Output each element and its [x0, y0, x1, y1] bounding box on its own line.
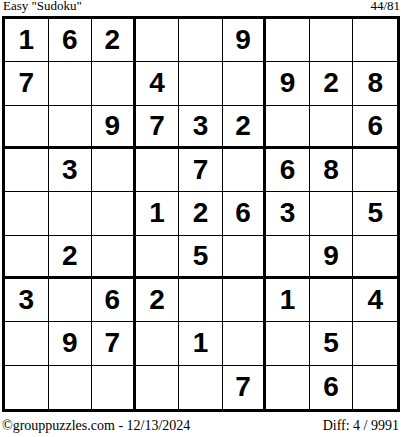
cell-r9c8[interactable]: 6 [310, 366, 354, 409]
cell-r5c3[interactable] [92, 192, 136, 235]
cell-r9c9[interactable] [353, 366, 397, 409]
cell-r6c8[interactable]: 9 [310, 236, 354, 279]
cell-r4c2[interactable]: 3 [49, 149, 93, 192]
cell-r9c6[interactable]: 7 [223, 366, 267, 409]
cell-r1c4[interactable] [136, 19, 180, 62]
cell-r6c3[interactable] [92, 236, 136, 279]
cell-r5c1[interactable] [5, 192, 49, 235]
puzzle-counter: 44/81 [370, 0, 400, 13]
cell-r6c4[interactable] [136, 236, 180, 279]
cell-r4c3[interactable] [92, 149, 136, 192]
cell-r1c1[interactable]: 1 [5, 19, 49, 62]
sudoku-grid: 1629749289732637681263525936214971576 [2, 16, 400, 412]
cell-r2c5[interactable] [179, 62, 223, 105]
cell-r7c6[interactable] [223, 279, 267, 322]
cell-r5c7[interactable]: 3 [266, 192, 310, 235]
cell-r8c4[interactable] [136, 322, 180, 365]
cell-r8c5[interactable]: 1 [179, 322, 223, 365]
cell-r3c6[interactable]: 2 [223, 106, 267, 149]
puzzle-title: Easy "Sudoku" [3, 0, 82, 13]
cell-r9c5[interactable] [179, 366, 223, 409]
cell-r1c5[interactable] [179, 19, 223, 62]
cell-r6c6[interactable] [223, 236, 267, 279]
cell-r1c9[interactable] [353, 19, 397, 62]
cell-r6c9[interactable] [353, 236, 397, 279]
cell-r6c1[interactable] [5, 236, 49, 279]
cell-r7c5[interactable] [179, 279, 223, 322]
cell-r7c9[interactable]: 4 [353, 279, 397, 322]
cell-r2c6[interactable] [223, 62, 267, 105]
footer-copyright: ©grouppuzzles.com - 12/13/2024 [2, 418, 190, 433]
cell-r9c2[interactable] [49, 366, 93, 409]
cell-r5c2[interactable] [49, 192, 93, 235]
cell-r7c8[interactable] [310, 279, 354, 322]
cell-r7c3[interactable]: 6 [92, 279, 136, 322]
cell-r9c7[interactable] [266, 366, 310, 409]
cell-r3c1[interactable] [5, 106, 49, 149]
cell-r7c2[interactable] [49, 279, 93, 322]
cell-r5c5[interactable]: 2 [179, 192, 223, 235]
cell-r9c4[interactable] [136, 366, 180, 409]
cell-r7c7[interactable]: 1 [266, 279, 310, 322]
cell-r8c3[interactable]: 7 [92, 322, 136, 365]
cell-r8c9[interactable] [353, 322, 397, 365]
cell-r2c3[interactable] [92, 62, 136, 105]
header: Easy "Sudoku" 44/81 [3, 0, 400, 13]
cell-r4c5[interactable]: 7 [179, 149, 223, 192]
footer: ©grouppuzzles.com - 12/13/2024 Diff: 4 /… [2, 418, 399, 433]
cell-r2c2[interactable] [49, 62, 93, 105]
cell-r3c2[interactable] [49, 106, 93, 149]
cell-r4c6[interactable] [223, 149, 267, 192]
cell-r4c8[interactable]: 8 [310, 149, 354, 192]
cell-r1c8[interactable] [310, 19, 354, 62]
cell-r9c3[interactable] [92, 366, 136, 409]
cell-r1c6[interactable]: 9 [223, 19, 267, 62]
cell-r8c7[interactable] [266, 322, 310, 365]
cell-r2c1[interactable]: 7 [5, 62, 49, 105]
cell-r1c3[interactable]: 2 [92, 19, 136, 62]
cell-r7c1[interactable]: 3 [5, 279, 49, 322]
cell-r2c4[interactable]: 4 [136, 62, 180, 105]
cell-r5c4[interactable]: 1 [136, 192, 180, 235]
cell-r2c7[interactable]: 9 [266, 62, 310, 105]
cell-r1c2[interactable]: 6 [49, 19, 93, 62]
cell-r8c2[interactable]: 9 [49, 322, 93, 365]
cell-r3c4[interactable]: 7 [136, 106, 180, 149]
cell-r4c4[interactable] [136, 149, 180, 192]
cell-r4c7[interactable]: 6 [266, 149, 310, 192]
cell-r3c9[interactable]: 6 [353, 106, 397, 149]
cell-r7c4[interactable]: 2 [136, 279, 180, 322]
cell-r1c7[interactable] [266, 19, 310, 62]
cell-r4c9[interactable] [353, 149, 397, 192]
cell-r3c5[interactable]: 3 [179, 106, 223, 149]
cell-r3c3[interactable]: 9 [92, 106, 136, 149]
cell-r5c6[interactable]: 6 [223, 192, 267, 235]
cell-r2c9[interactable]: 8 [353, 62, 397, 105]
cell-r4c1[interactable] [5, 149, 49, 192]
cell-r3c7[interactable] [266, 106, 310, 149]
cell-r2c8[interactable]: 2 [310, 62, 354, 105]
cell-r5c8[interactable] [310, 192, 354, 235]
cell-r8c1[interactable] [5, 322, 49, 365]
cell-r8c6[interactable] [223, 322, 267, 365]
cell-r6c7[interactable] [266, 236, 310, 279]
cell-r9c1[interactable] [5, 366, 49, 409]
cell-r5c9[interactable]: 5 [353, 192, 397, 235]
cell-r6c5[interactable]: 5 [179, 236, 223, 279]
cell-r6c2[interactable]: 2 [49, 236, 93, 279]
cell-r8c8[interactable]: 5 [310, 322, 354, 365]
cell-r3c8[interactable] [310, 106, 354, 149]
footer-difficulty: Diff: 4 / 9991 [323, 418, 399, 433]
